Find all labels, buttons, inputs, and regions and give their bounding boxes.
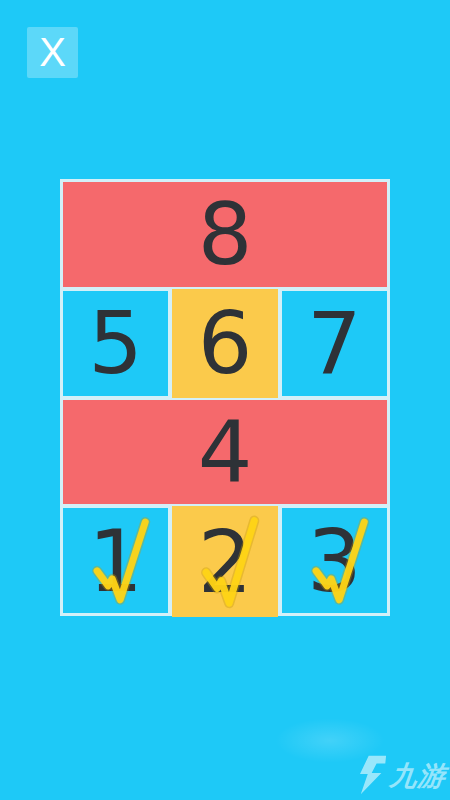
cell-7[interactable]: 7 — [282, 291, 387, 396]
cell-8[interactable]: 8 — [63, 182, 387, 287]
game-screen: X 8 5 6 7 4 1 2 — [0, 0, 450, 800]
cell-4-number: 4 — [198, 402, 253, 502]
close-button[interactable]: X — [27, 27, 78, 78]
cell-2-number: 2 — [198, 512, 253, 612]
cell-2[interactable]: 2 — [172, 506, 277, 617]
puzzle-board: 8 5 6 7 4 1 2 — [60, 179, 390, 616]
cell-5-number: 5 — [88, 293, 143, 393]
cell-5[interactable]: 5 — [63, 291, 168, 396]
cell-1-number: 1 — [88, 511, 143, 611]
cell-1[interactable]: 1 — [63, 508, 168, 613]
cell-8-number: 8 — [198, 184, 253, 284]
cell-3[interactable]: 3 — [282, 508, 387, 613]
watermark-text: 九游 — [389, 762, 448, 789]
cell-3-number: 3 — [307, 511, 362, 611]
cell-7-number: 7 — [307, 293, 362, 393]
ninegame-logo-icon — [355, 754, 388, 796]
cell-4[interactable]: 4 — [63, 400, 387, 505]
cell-6-number: 6 — [198, 293, 253, 393]
cell-6[interactable]: 6 — [172, 289, 277, 398]
watermark: 九游 — [355, 754, 448, 796]
